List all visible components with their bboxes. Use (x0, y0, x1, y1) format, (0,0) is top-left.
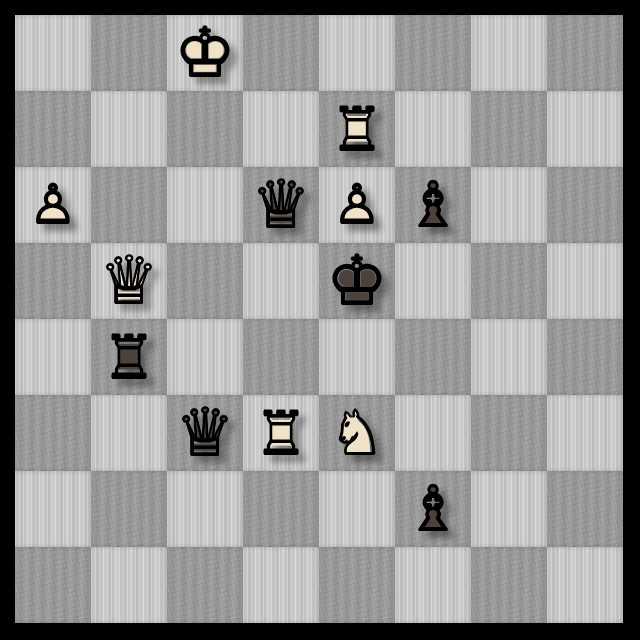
square-h1[interactable] (547, 547, 623, 623)
board-frame: ♚♔♜♖♟♙♛♕♟♙♝♗♛♕♚♔♜♖♛♕♜♖♞♘♝♗ (0, 0, 640, 640)
black-rook-outline-glyph: ♖ (91, 319, 167, 395)
square-a1[interactable] (15, 547, 91, 623)
square-c4[interactable] (167, 319, 243, 395)
square-e7[interactable]: ♜♖ (319, 91, 395, 167)
square-h4[interactable] (547, 319, 623, 395)
square-f5[interactable] (395, 243, 471, 319)
square-c6[interactable] (167, 167, 243, 243)
square-c8[interactable]: ♚♔ (167, 15, 243, 91)
square-e3[interactable]: ♞♘ (319, 395, 395, 471)
piece-black-bishop[interactable]: ♝♗ (395, 471, 471, 547)
square-d3[interactable]: ♜♖ (243, 395, 319, 471)
black-queen-outline-glyph: ♕ (167, 395, 243, 471)
square-f3[interactable] (395, 395, 471, 471)
square-h2[interactable] (547, 471, 623, 547)
square-a5[interactable] (15, 243, 91, 319)
square-d8[interactable] (243, 15, 319, 91)
square-d7[interactable] (243, 91, 319, 167)
square-d2[interactable] (243, 471, 319, 547)
square-f6[interactable]: ♝♗ (395, 167, 471, 243)
square-e1[interactable] (319, 547, 395, 623)
square-g6[interactable] (471, 167, 547, 243)
square-f8[interactable] (395, 15, 471, 91)
square-d5[interactable] (243, 243, 319, 319)
square-b4[interactable]: ♜♖ (91, 319, 167, 395)
square-d6[interactable]: ♛♕ (243, 167, 319, 243)
square-f1[interactable] (395, 547, 471, 623)
square-c3[interactable]: ♛♕ (167, 395, 243, 471)
square-g3[interactable] (471, 395, 547, 471)
white-queen-outline-glyph: ♕ (91, 243, 167, 319)
square-b3[interactable] (91, 395, 167, 471)
square-e6[interactable]: ♟♙ (319, 167, 395, 243)
piece-white-rook[interactable]: ♜♖ (243, 395, 319, 471)
square-c7[interactable] (167, 91, 243, 167)
white-king-outline-glyph: ♔ (167, 15, 243, 91)
square-e8[interactable] (319, 15, 395, 91)
square-h8[interactable] (547, 15, 623, 91)
square-e5[interactable]: ♚♔ (319, 243, 395, 319)
square-b5[interactable]: ♛♕ (91, 243, 167, 319)
square-a3[interactable] (15, 395, 91, 471)
piece-white-rook[interactable]: ♜♖ (319, 91, 395, 167)
piece-white-knight[interactable]: ♞♘ (319, 395, 395, 471)
square-f2[interactable]: ♝♗ (395, 471, 471, 547)
square-h7[interactable] (547, 91, 623, 167)
square-e4[interactable] (319, 319, 395, 395)
white-pawn-outline-glyph: ♙ (15, 167, 91, 243)
black-king-outline-glyph: ♔ (319, 243, 395, 319)
square-f4[interactable] (395, 319, 471, 395)
square-a2[interactable] (15, 471, 91, 547)
square-f7[interactable] (395, 91, 471, 167)
square-b6[interactable] (91, 167, 167, 243)
piece-white-queen[interactable]: ♛♕ (91, 243, 167, 319)
square-e2[interactable] (319, 471, 395, 547)
square-a4[interactable] (15, 319, 91, 395)
square-c2[interactable] (167, 471, 243, 547)
square-g4[interactable] (471, 319, 547, 395)
square-a6[interactable]: ♟♙ (15, 167, 91, 243)
white-rook-outline-glyph: ♖ (243, 395, 319, 471)
square-g2[interactable] (471, 471, 547, 547)
black-bishop-outline-glyph: ♗ (395, 471, 471, 547)
square-b2[interactable] (91, 471, 167, 547)
square-c5[interactable] (167, 243, 243, 319)
piece-black-rook[interactable]: ♜♖ (91, 319, 167, 395)
square-c1[interactable] (167, 547, 243, 623)
square-a7[interactable] (15, 91, 91, 167)
piece-black-queen[interactable]: ♛♕ (243, 167, 319, 243)
piece-white-king[interactable]: ♚♔ (167, 15, 243, 91)
square-b7[interactable] (91, 91, 167, 167)
square-d1[interactable] (243, 547, 319, 623)
piece-black-queen[interactable]: ♛♕ (167, 395, 243, 471)
piece-white-pawn[interactable]: ♟♙ (319, 167, 395, 243)
piece-black-king[interactable]: ♚♔ (319, 243, 395, 319)
square-h3[interactable] (547, 395, 623, 471)
square-b1[interactable] (91, 547, 167, 623)
square-h5[interactable] (547, 243, 623, 319)
black-queen-outline-glyph: ♕ (243, 167, 319, 243)
square-a8[interactable] (15, 15, 91, 91)
chessboard: ♚♔♜♖♟♙♛♕♟♙♝♗♛♕♚♔♜♖♛♕♜♖♞♘♝♗ (15, 15, 623, 623)
square-d4[interactable] (243, 319, 319, 395)
white-knight-outline-glyph: ♘ (319, 395, 395, 471)
white-pawn-outline-glyph: ♙ (319, 167, 395, 243)
square-g5[interactable] (471, 243, 547, 319)
square-g8[interactable] (471, 15, 547, 91)
square-g7[interactable] (471, 91, 547, 167)
white-rook-outline-glyph: ♖ (319, 91, 395, 167)
square-g1[interactable] (471, 547, 547, 623)
square-b8[interactable] (91, 15, 167, 91)
black-bishop-outline-glyph: ♗ (395, 167, 471, 243)
square-h6[interactable] (547, 167, 623, 243)
piece-black-bishop[interactable]: ♝♗ (395, 167, 471, 243)
piece-white-pawn[interactable]: ♟♙ (15, 167, 91, 243)
